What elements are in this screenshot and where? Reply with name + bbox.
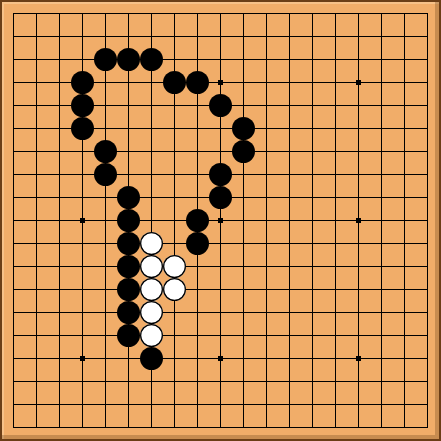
board-intersection[interactable]	[255, 232, 278, 255]
board-intersection[interactable]	[393, 186, 416, 209]
board-intersection[interactable]	[117, 255, 140, 278]
board-intersection[interactable]	[2, 393, 25, 416]
board-intersection[interactable]	[117, 140, 140, 163]
board-intersection[interactable]	[163, 117, 186, 140]
board-intersection[interactable]	[370, 48, 393, 71]
board-intersection[interactable]	[2, 140, 25, 163]
board-intersection[interactable]	[186, 186, 209, 209]
board-intersection[interactable]	[347, 347, 370, 370]
board-intersection[interactable]	[416, 347, 439, 370]
board-intersection[interactable]	[347, 209, 370, 232]
board-intersection[interactable]	[163, 347, 186, 370]
board-intersection[interactable]	[255, 117, 278, 140]
board-intersection[interactable]	[255, 347, 278, 370]
board-intersection[interactable]	[186, 140, 209, 163]
board-intersection[interactable]	[94, 2, 117, 25]
board-intersection[interactable]	[25, 94, 48, 117]
board-intersection[interactable]	[324, 25, 347, 48]
board-intersection[interactable]	[25, 347, 48, 370]
board-intersection[interactable]	[278, 347, 301, 370]
board-intersection[interactable]	[370, 347, 393, 370]
board-intersection[interactable]	[324, 117, 347, 140]
board-intersection[interactable]	[2, 25, 25, 48]
board-intersection[interactable]	[48, 324, 71, 347]
board-intersection[interactable]	[347, 94, 370, 117]
board-intersection[interactable]	[416, 163, 439, 186]
board-intersection[interactable]	[324, 163, 347, 186]
board-intersection[interactable]	[255, 94, 278, 117]
board-intersection[interactable]	[301, 117, 324, 140]
board-intersection[interactable]	[163, 324, 186, 347]
board-intersection[interactable]	[2, 2, 25, 25]
board-intersection[interactable]	[301, 232, 324, 255]
board-intersection[interactable]	[347, 301, 370, 324]
board-intersection[interactable]	[347, 186, 370, 209]
board-intersection[interactable]	[140, 255, 163, 278]
board-intersection[interactable]	[324, 278, 347, 301]
board-intersection[interactable]	[370, 416, 393, 439]
board-intersection[interactable]	[25, 2, 48, 25]
board-intersection[interactable]	[416, 48, 439, 71]
board-intersection[interactable]	[416, 209, 439, 232]
board-intersection[interactable]	[209, 140, 232, 163]
board-intersection[interactable]	[255, 71, 278, 94]
board-intersection[interactable]	[140, 140, 163, 163]
board-intersection[interactable]	[186, 232, 209, 255]
board-intersection[interactable]	[393, 232, 416, 255]
board-intersection[interactable]	[278, 416, 301, 439]
board-intersection[interactable]	[278, 324, 301, 347]
board-intersection[interactable]	[232, 324, 255, 347]
board-intersection[interactable]	[163, 393, 186, 416]
board-intersection[interactable]	[186, 48, 209, 71]
board-intersection[interactable]	[163, 255, 186, 278]
board-intersection[interactable]	[347, 232, 370, 255]
board-intersection[interactable]	[94, 117, 117, 140]
board-intersection[interactable]	[393, 2, 416, 25]
board-intersection[interactable]	[94, 186, 117, 209]
board-intersection[interactable]	[232, 140, 255, 163]
board-intersection[interactable]	[301, 278, 324, 301]
board-intersection[interactable]	[416, 370, 439, 393]
board-intersection[interactable]	[278, 117, 301, 140]
board-intersection[interactable]	[278, 209, 301, 232]
board-intersection[interactable]	[301, 186, 324, 209]
board-intersection[interactable]	[393, 324, 416, 347]
board-intersection[interactable]	[370, 25, 393, 48]
board-intersection[interactable]	[71, 94, 94, 117]
board-intersection[interactable]	[393, 94, 416, 117]
board-intersection[interactable]	[117, 278, 140, 301]
board-intersection[interactable]	[278, 255, 301, 278]
board-intersection[interactable]	[140, 324, 163, 347]
board-intersection[interactable]	[324, 71, 347, 94]
board-intersection[interactable]	[71, 324, 94, 347]
board-intersection[interactable]	[71, 416, 94, 439]
board-intersection[interactable]	[324, 209, 347, 232]
board-intersection[interactable]	[324, 393, 347, 416]
board-intersection[interactable]	[48, 209, 71, 232]
board-intersection[interactable]	[25, 186, 48, 209]
board-intersection[interactable]	[324, 324, 347, 347]
board-intersection[interactable]	[301, 163, 324, 186]
board-intersection[interactable]	[232, 416, 255, 439]
board-intersection[interactable]	[25, 163, 48, 186]
board-intersection[interactable]	[94, 324, 117, 347]
board-intersection[interactable]	[301, 94, 324, 117]
board-intersection[interactable]	[25, 324, 48, 347]
board-intersection[interactable]	[416, 25, 439, 48]
board-intersection[interactable]	[255, 48, 278, 71]
board-intersection[interactable]	[140, 48, 163, 71]
board-intersection[interactable]	[347, 324, 370, 347]
board-intersection[interactable]	[48, 278, 71, 301]
board-intersection[interactable]	[209, 25, 232, 48]
board-intersection[interactable]	[163, 416, 186, 439]
board-intersection[interactable]	[278, 301, 301, 324]
board-intersection[interactable]	[416, 301, 439, 324]
board-intersection[interactable]	[117, 163, 140, 186]
board-intersection[interactable]	[232, 301, 255, 324]
board-intersection[interactable]	[324, 347, 347, 370]
board-intersection[interactable]	[94, 347, 117, 370]
board-intersection[interactable]	[140, 25, 163, 48]
board-intersection[interactable]	[48, 255, 71, 278]
board-intersection[interactable]	[25, 278, 48, 301]
board-intersection[interactable]	[140, 278, 163, 301]
board-intersection[interactable]	[94, 25, 117, 48]
board-intersection[interactable]	[301, 140, 324, 163]
board-intersection[interactable]	[347, 416, 370, 439]
board-intersection[interactable]	[370, 163, 393, 186]
board-intersection[interactable]	[140, 186, 163, 209]
board-intersection[interactable]	[370, 94, 393, 117]
board-intersection[interactable]	[186, 25, 209, 48]
board-intersection[interactable]	[117, 232, 140, 255]
board-intersection[interactable]	[301, 71, 324, 94]
board-intersection[interactable]	[232, 370, 255, 393]
board-intersection[interactable]	[209, 301, 232, 324]
board-intersection[interactable]	[117, 94, 140, 117]
board-intersection[interactable]	[347, 48, 370, 71]
board-intersection[interactable]	[370, 301, 393, 324]
board-intersection[interactable]	[393, 163, 416, 186]
board-intersection[interactable]	[416, 140, 439, 163]
board-intersection[interactable]	[117, 25, 140, 48]
board-intersection[interactable]	[232, 278, 255, 301]
board-intersection[interactable]	[48, 94, 71, 117]
board-intersection[interactable]	[163, 71, 186, 94]
board-intersection[interactable]	[71, 117, 94, 140]
board-intersection[interactable]	[416, 324, 439, 347]
board-intersection[interactable]	[324, 370, 347, 393]
board-intersection[interactable]	[278, 186, 301, 209]
board-intersection[interactable]	[94, 71, 117, 94]
board-intersection[interactable]	[25, 48, 48, 71]
board-intersection[interactable]	[163, 370, 186, 393]
board-intersection[interactable]	[255, 209, 278, 232]
board-intersection[interactable]	[117, 370, 140, 393]
board-intersection[interactable]	[140, 2, 163, 25]
board-intersection[interactable]	[2, 117, 25, 140]
board-intersection[interactable]	[186, 117, 209, 140]
board-intersection[interactable]	[186, 255, 209, 278]
board-intersection[interactable]	[48, 232, 71, 255]
board-intersection[interactable]	[209, 393, 232, 416]
board-intersection[interactable]	[71, 140, 94, 163]
board-intersection[interactable]	[71, 255, 94, 278]
board-intersection[interactable]	[186, 370, 209, 393]
board-intersection[interactable]	[324, 2, 347, 25]
board-intersection[interactable]	[393, 347, 416, 370]
board-intersection[interactable]	[416, 232, 439, 255]
board-intersection[interactable]	[301, 370, 324, 393]
board-intersection[interactable]	[186, 278, 209, 301]
board-intersection[interactable]	[163, 140, 186, 163]
board-intersection[interactable]	[209, 2, 232, 25]
board-intersection[interactable]	[301, 416, 324, 439]
board-intersection[interactable]	[71, 232, 94, 255]
board-intersection[interactable]	[163, 186, 186, 209]
board-intersection[interactable]	[232, 71, 255, 94]
board-intersection[interactable]	[255, 370, 278, 393]
board-intersection[interactable]	[25, 416, 48, 439]
board-intersection[interactable]	[140, 370, 163, 393]
board-intersection[interactable]	[163, 278, 186, 301]
board-intersection[interactable]	[209, 347, 232, 370]
board-intersection[interactable]	[117, 117, 140, 140]
board-intersection[interactable]	[370, 324, 393, 347]
board-intersection[interactable]	[347, 25, 370, 48]
board-intersection[interactable]	[232, 163, 255, 186]
board-intersection[interactable]	[255, 2, 278, 25]
board-intersection[interactable]	[232, 186, 255, 209]
board-intersection[interactable]	[370, 117, 393, 140]
board-intersection[interactable]	[117, 393, 140, 416]
board-intersection[interactable]	[94, 232, 117, 255]
board-intersection[interactable]	[2, 71, 25, 94]
board-intersection[interactable]	[301, 393, 324, 416]
board-intersection[interactable]	[186, 209, 209, 232]
board-intersection[interactable]	[71, 2, 94, 25]
board-intersection[interactable]	[278, 71, 301, 94]
board-intersection[interactable]	[301, 347, 324, 370]
board-intersection[interactable]	[117, 209, 140, 232]
board-intersection[interactable]	[71, 186, 94, 209]
board-intersection[interactable]	[393, 48, 416, 71]
board-intersection[interactable]	[48, 186, 71, 209]
board-intersection[interactable]	[370, 71, 393, 94]
board-intersection[interactable]	[163, 2, 186, 25]
board-intersection[interactable]	[94, 48, 117, 71]
board-intersection[interactable]	[209, 324, 232, 347]
board-intersection[interactable]	[163, 301, 186, 324]
board-intersection[interactable]	[94, 301, 117, 324]
board-intersection[interactable]	[117, 416, 140, 439]
board-intersection[interactable]	[163, 232, 186, 255]
board-intersection[interactable]	[94, 209, 117, 232]
board-intersection[interactable]	[393, 393, 416, 416]
board-intersection[interactable]	[255, 186, 278, 209]
board-intersection[interactable]	[278, 140, 301, 163]
board-intersection[interactable]	[140, 71, 163, 94]
board-intersection[interactable]	[2, 324, 25, 347]
board-intersection[interactable]	[94, 278, 117, 301]
board-intersection[interactable]	[209, 71, 232, 94]
board-intersection[interactable]	[117, 186, 140, 209]
board-intersection[interactable]	[370, 370, 393, 393]
board-intersection[interactable]	[278, 163, 301, 186]
board-intersection[interactable]	[94, 393, 117, 416]
board-intersection[interactable]	[347, 71, 370, 94]
board-intersection[interactable]	[94, 140, 117, 163]
board-intersection[interactable]	[25, 71, 48, 94]
board-intersection[interactable]	[232, 393, 255, 416]
board-intersection[interactable]	[232, 232, 255, 255]
board-intersection[interactable]	[2, 255, 25, 278]
board-intersection[interactable]	[324, 186, 347, 209]
board-intersection[interactable]	[232, 2, 255, 25]
board-intersection[interactable]	[209, 163, 232, 186]
board-intersection[interactable]	[393, 370, 416, 393]
board-intersection[interactable]	[186, 94, 209, 117]
board-intersection[interactable]	[2, 209, 25, 232]
board-intersection[interactable]	[347, 393, 370, 416]
board-intersection[interactable]	[301, 48, 324, 71]
board-intersection[interactable]	[25, 393, 48, 416]
board-intersection[interactable]	[324, 232, 347, 255]
board-intersection[interactable]	[71, 393, 94, 416]
board-intersection[interactable]	[232, 25, 255, 48]
board-intersection[interactable]	[255, 255, 278, 278]
board-intersection[interactable]	[140, 301, 163, 324]
board-intersection[interactable]	[163, 25, 186, 48]
board-intersection[interactable]	[255, 25, 278, 48]
board-intersection[interactable]	[209, 370, 232, 393]
board-intersection[interactable]	[48, 301, 71, 324]
board-intersection[interactable]	[393, 278, 416, 301]
board-intersection[interactable]	[117, 324, 140, 347]
board-intersection[interactable]	[209, 94, 232, 117]
board-intersection[interactable]	[393, 416, 416, 439]
board-intersection[interactable]	[209, 416, 232, 439]
board-intersection[interactable]	[232, 117, 255, 140]
board-intersection[interactable]	[48, 347, 71, 370]
board-intersection[interactable]	[71, 347, 94, 370]
board-intersection[interactable]	[140, 209, 163, 232]
board-intersection[interactable]	[278, 94, 301, 117]
board-intersection[interactable]	[416, 94, 439, 117]
board-intersection[interactable]	[94, 255, 117, 278]
board-intersection[interactable]	[255, 393, 278, 416]
board-intersection[interactable]	[48, 71, 71, 94]
board-intersection[interactable]	[209, 186, 232, 209]
board-intersection[interactable]	[209, 278, 232, 301]
board-intersection[interactable]	[347, 2, 370, 25]
board-intersection[interactable]	[301, 301, 324, 324]
board-intersection[interactable]	[140, 347, 163, 370]
board-intersection[interactable]	[140, 393, 163, 416]
board-intersection[interactable]	[117, 301, 140, 324]
board-intersection[interactable]	[347, 370, 370, 393]
board-intersection[interactable]	[278, 25, 301, 48]
board-intersection[interactable]	[301, 2, 324, 25]
board-intersection[interactable]	[25, 140, 48, 163]
board-intersection[interactable]	[94, 163, 117, 186]
board-intersection[interactable]	[347, 163, 370, 186]
board-intersection[interactable]	[393, 71, 416, 94]
board-intersection[interactable]	[393, 117, 416, 140]
board-intersection[interactable]	[71, 278, 94, 301]
board-intersection[interactable]	[94, 416, 117, 439]
board-intersection[interactable]	[347, 140, 370, 163]
board-intersection[interactable]	[94, 94, 117, 117]
board-intersection[interactable]	[140, 117, 163, 140]
board-intersection[interactable]	[255, 301, 278, 324]
board-intersection[interactable]	[117, 48, 140, 71]
board-intersection[interactable]	[2, 48, 25, 71]
board-intersection[interactable]	[324, 416, 347, 439]
board-intersection[interactable]	[324, 94, 347, 117]
board-intersection[interactable]	[25, 301, 48, 324]
board-intersection[interactable]	[209, 209, 232, 232]
board-intersection[interactable]	[163, 163, 186, 186]
board-intersection[interactable]	[48, 117, 71, 140]
board-intersection[interactable]	[25, 232, 48, 255]
board-intersection[interactable]	[2, 301, 25, 324]
board-intersection[interactable]	[416, 186, 439, 209]
board-intersection[interactable]	[370, 209, 393, 232]
board-intersection[interactable]	[71, 370, 94, 393]
board-intersection[interactable]	[2, 186, 25, 209]
board-intersection[interactable]	[301, 209, 324, 232]
board-intersection[interactable]	[324, 140, 347, 163]
board-intersection[interactable]	[416, 2, 439, 25]
board-intersection[interactable]	[393, 140, 416, 163]
board-intersection[interactable]	[2, 232, 25, 255]
board-intersection[interactable]	[370, 255, 393, 278]
board-intersection[interactable]	[2, 416, 25, 439]
board-intersection[interactable]	[232, 255, 255, 278]
board-intersection[interactable]	[301, 25, 324, 48]
board-intersection[interactable]	[2, 347, 25, 370]
board-intersection[interactable]	[25, 370, 48, 393]
board-intersection[interactable]	[48, 416, 71, 439]
board-intersection[interactable]	[232, 209, 255, 232]
board-intersection[interactable]	[25, 209, 48, 232]
board-intersection[interactable]	[25, 255, 48, 278]
board-intersection[interactable]	[370, 278, 393, 301]
board-intersection[interactable]	[370, 393, 393, 416]
board-intersection[interactable]	[278, 232, 301, 255]
board-intersection[interactable]	[140, 163, 163, 186]
board-intersection[interactable]	[140, 232, 163, 255]
board-intersection[interactable]	[186, 301, 209, 324]
board-intersection[interactable]	[163, 209, 186, 232]
board-intersection[interactable]	[25, 25, 48, 48]
board-intersection[interactable]	[393, 301, 416, 324]
board-intersection[interactable]	[186, 71, 209, 94]
board-intersection[interactable]	[416, 71, 439, 94]
board-intersection[interactable]	[324, 48, 347, 71]
board-intersection[interactable]	[2, 278, 25, 301]
board-intersection[interactable]	[186, 2, 209, 25]
board-intersection[interactable]	[370, 140, 393, 163]
board-intersection[interactable]	[48, 25, 71, 48]
board-intersection[interactable]	[416, 416, 439, 439]
board-intersection[interactable]	[48, 2, 71, 25]
board-intersection[interactable]	[416, 278, 439, 301]
